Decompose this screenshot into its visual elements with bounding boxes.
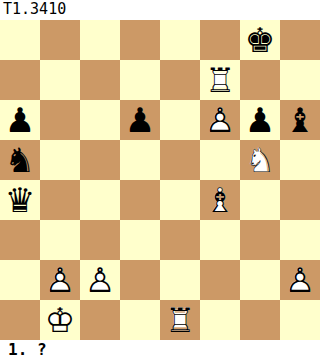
white-pawn[interactable]: ♟♙	[280, 260, 320, 300]
square-g1[interactable]	[240, 300, 280, 340]
square-a4[interactable]: ♛	[0, 180, 40, 220]
black-pawn[interactable]: ♟	[240, 100, 280, 140]
square-g7[interactable]	[240, 60, 280, 100]
move-prompt: 1. ?	[0, 340, 320, 360]
piece-fill-glyph: ♞	[5, 143, 35, 177]
white-pawn[interactable]: ♟♙	[40, 260, 80, 300]
square-a1[interactable]	[0, 300, 40, 340]
square-h8[interactable]	[280, 20, 320, 60]
square-d2[interactable]	[120, 260, 160, 300]
puzzle-id-label: T1.3410	[0, 0, 320, 20]
square-h5[interactable]	[280, 140, 320, 180]
square-e1[interactable]: ♜♖	[160, 300, 200, 340]
piece-outline-glyph: ♖	[165, 303, 195, 337]
square-d4[interactable]	[120, 180, 160, 220]
chess-puzzle-window: T1.3410 ♚♜♖♟♟♟♙♟♝♞♞♘♛♝♗♟♙♟♙♟♙♚♔♜♖ 1. ?	[0, 0, 320, 360]
square-h7[interactable]	[280, 60, 320, 100]
square-g8[interactable]: ♚	[240, 20, 280, 60]
square-f3[interactable]	[200, 220, 240, 260]
square-a7[interactable]	[0, 60, 40, 100]
piece-outline-glyph: ♘	[245, 143, 275, 177]
black-pawn[interactable]: ♟	[120, 100, 160, 140]
chess-board[interactable]: ♚♜♖♟♟♟♙♟♝♞♞♘♛♝♗♟♙♟♙♟♙♚♔♜♖	[0, 20, 320, 340]
black-queen[interactable]: ♛	[0, 180, 40, 220]
black-pawn[interactable]: ♟	[0, 100, 40, 140]
square-b3[interactable]	[40, 220, 80, 260]
square-g4[interactable]	[240, 180, 280, 220]
square-h6[interactable]: ♝	[280, 100, 320, 140]
black-bishop[interactable]: ♝	[280, 100, 320, 140]
piece-outline-glyph: ♔	[45, 303, 75, 337]
square-h2[interactable]: ♟♙	[280, 260, 320, 300]
square-c2[interactable]: ♟♙	[80, 260, 120, 300]
square-e8[interactable]	[160, 20, 200, 60]
white-rook[interactable]: ♜♖	[160, 300, 200, 340]
square-c5[interactable]	[80, 140, 120, 180]
square-b8[interactable]	[40, 20, 80, 60]
square-h3[interactable]	[280, 220, 320, 260]
square-a3[interactable]	[0, 220, 40, 260]
square-h1[interactable]	[280, 300, 320, 340]
square-d6[interactable]: ♟	[120, 100, 160, 140]
piece-fill-glyph: ♟	[245, 103, 275, 137]
square-a6[interactable]: ♟	[0, 100, 40, 140]
white-pawn[interactable]: ♟♙	[200, 100, 240, 140]
square-f6[interactable]: ♟♙	[200, 100, 240, 140]
square-e3[interactable]	[160, 220, 200, 260]
piece-outline-glyph: ♙	[45, 263, 75, 297]
white-bishop[interactable]: ♝♗	[200, 180, 240, 220]
square-d5[interactable]	[120, 140, 160, 180]
square-f4[interactable]: ♝♗	[200, 180, 240, 220]
square-c6[interactable]	[80, 100, 120, 140]
square-b7[interactable]	[40, 60, 80, 100]
square-f7[interactable]: ♜♖	[200, 60, 240, 100]
square-f1[interactable]	[200, 300, 240, 340]
square-b6[interactable]	[40, 100, 80, 140]
square-e5[interactable]	[160, 140, 200, 180]
square-e6[interactable]	[160, 100, 200, 140]
white-king[interactable]: ♚♔	[40, 300, 80, 340]
square-f2[interactable]	[200, 260, 240, 300]
square-d3[interactable]	[120, 220, 160, 260]
square-c7[interactable]	[80, 60, 120, 100]
square-c1[interactable]	[80, 300, 120, 340]
piece-fill-glyph: ♟	[5, 103, 35, 137]
piece-outline-glyph: ♙	[205, 103, 235, 137]
square-d7[interactable]	[120, 60, 160, 100]
square-f8[interactable]	[200, 20, 240, 60]
white-rook[interactable]: ♜♖	[200, 60, 240, 100]
black-knight[interactable]: ♞	[0, 140, 40, 180]
square-f5[interactable]	[200, 140, 240, 180]
square-g2[interactable]	[240, 260, 280, 300]
square-h4[interactable]	[280, 180, 320, 220]
white-pawn[interactable]: ♟♙	[80, 260, 120, 300]
piece-outline-glyph: ♙	[85, 263, 115, 297]
square-d1[interactable]	[120, 300, 160, 340]
square-b5[interactable]	[40, 140, 80, 180]
square-e4[interactable]	[160, 180, 200, 220]
square-g5[interactable]: ♞♘	[240, 140, 280, 180]
square-g6[interactable]: ♟	[240, 100, 280, 140]
square-b4[interactable]	[40, 180, 80, 220]
square-b2[interactable]: ♟♙	[40, 260, 80, 300]
piece-outline-glyph: ♗	[205, 183, 235, 217]
piece-fill-glyph: ♟	[125, 103, 155, 137]
square-d8[interactable]	[120, 20, 160, 60]
square-c3[interactable]	[80, 220, 120, 260]
black-king[interactable]: ♚	[240, 20, 280, 60]
square-c4[interactable]	[80, 180, 120, 220]
piece-fill-glyph: ♝	[285, 103, 315, 137]
piece-outline-glyph: ♙	[285, 263, 315, 297]
square-g3[interactable]	[240, 220, 280, 260]
piece-fill-glyph: ♛	[5, 183, 35, 217]
square-a2[interactable]	[0, 260, 40, 300]
square-b1[interactable]: ♚♔	[40, 300, 80, 340]
piece-fill-glyph: ♚	[245, 23, 275, 57]
white-knight[interactable]: ♞♘	[240, 140, 280, 180]
piece-outline-glyph: ♖	[205, 63, 235, 97]
square-a5[interactable]: ♞	[0, 140, 40, 180]
square-e2[interactable]	[160, 260, 200, 300]
square-e7[interactable]	[160, 60, 200, 100]
square-a8[interactable]	[0, 20, 40, 60]
square-c8[interactable]	[80, 20, 120, 60]
